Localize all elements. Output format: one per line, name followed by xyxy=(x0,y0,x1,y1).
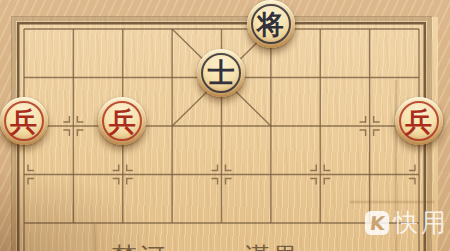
piece-glyph-red-soldier-mid: 兵 xyxy=(109,108,136,135)
cell-5-0: 将 xyxy=(246,5,295,54)
piece-glyph-red-soldier-left: 兵 xyxy=(10,108,37,135)
cell-8-2: 兵 xyxy=(394,102,443,151)
piece-black-advisor[interactable]: 士 xyxy=(197,49,245,97)
cell-4-1: 士 xyxy=(197,54,246,103)
xiangqi-game-screen: 楚河 漢界 将士兵兵兵 K 快用 xyxy=(0,0,450,251)
watermark-label: 快用 xyxy=(393,206,449,239)
kuaiyong-k-icon: K xyxy=(365,211,389,235)
cell-0-2: 兵 xyxy=(0,102,48,151)
piece-glyph-black-advisor: 士 xyxy=(208,59,235,86)
piece-red-soldier-left[interactable]: 兵 xyxy=(0,97,48,145)
cell-2-2: 兵 xyxy=(98,102,147,151)
watermark-kuaiyong: K 快用 xyxy=(365,206,449,239)
piece-glyph-red-soldier-right: 兵 xyxy=(405,108,432,135)
piece-red-soldier-right[interactable]: 兵 xyxy=(395,97,443,145)
piece-black-general[interactable]: 将 xyxy=(247,0,295,48)
k-letter: K xyxy=(368,212,385,234)
piece-glyph-black-general: 将 xyxy=(257,11,284,38)
piece-red-soldier-mid[interactable]: 兵 xyxy=(98,97,146,145)
